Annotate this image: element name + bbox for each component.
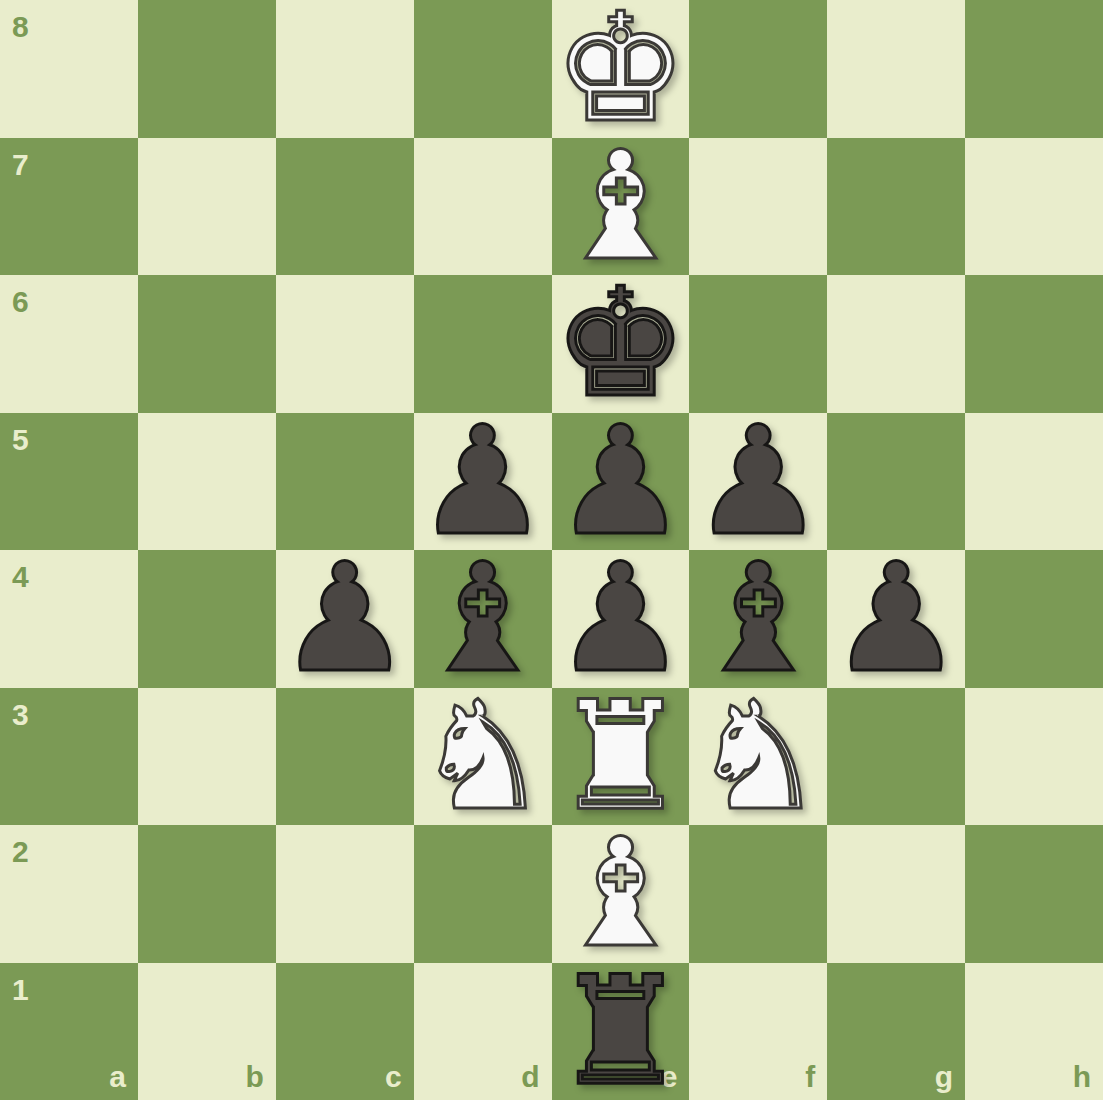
square-c2[interactable] — [276, 825, 414, 963]
rank-label-5: 5 — [12, 425, 29, 455]
square-d1[interactable]: d — [414, 963, 552, 1100]
square-d5[interactable]: ♟ — [414, 413, 552, 551]
square-b1[interactable]: b — [138, 963, 276, 1100]
square-c8[interactable] — [276, 0, 414, 138]
square-d2[interactable] — [414, 825, 552, 963]
square-f5[interactable]: ♟ — [689, 413, 827, 551]
square-c5[interactable] — [276, 413, 414, 551]
square-e5[interactable]: ♟ — [552, 413, 690, 551]
square-b8[interactable] — [138, 0, 276, 138]
black-pawn[interactable]: ♟ — [691, 413, 825, 550]
rank-label-8: 8 — [12, 12, 29, 42]
black-rook[interactable]: ♜ — [553, 963, 687, 1100]
square-e7[interactable]: ♝ — [552, 138, 690, 276]
square-h8[interactable] — [965, 0, 1103, 138]
square-c6[interactable] — [276, 275, 414, 413]
file-label-b: b — [245, 1062, 263, 1092]
square-a7[interactable]: 7 — [0, 138, 138, 276]
square-d7[interactable] — [414, 138, 552, 276]
file-label-f: f — [805, 1062, 815, 1092]
rank-label-3: 3 — [12, 700, 29, 730]
square-a6[interactable]: 6 — [0, 275, 138, 413]
rank-label-4: 4 — [12, 562, 29, 592]
square-c4[interactable]: ♟ — [276, 550, 414, 688]
square-d6[interactable] — [414, 275, 552, 413]
square-f3[interactable]: ♞ — [689, 688, 827, 826]
white-knight[interactable]: ♞ — [415, 688, 549, 825]
square-e2[interactable]: ♝ — [552, 825, 690, 963]
square-f6[interactable] — [689, 275, 827, 413]
file-label-h: h — [1073, 1062, 1091, 1092]
black-bishop[interactable]: ♝ — [691, 550, 825, 687]
file-label-c: c — [385, 1062, 402, 1092]
white-knight[interactable]: ♞ — [691, 688, 825, 825]
file-label-a: a — [109, 1062, 126, 1092]
white-king[interactable]: ♚ — [553, 0, 687, 137]
square-g1[interactable]: g — [827, 963, 965, 1100]
square-f7[interactable] — [689, 138, 827, 276]
square-c3[interactable] — [276, 688, 414, 826]
square-e8[interactable]: ♚ — [552, 0, 690, 138]
square-a3[interactable]: 3 — [0, 688, 138, 826]
square-g6[interactable] — [827, 275, 965, 413]
rank-label-6: 6 — [12, 287, 29, 317]
square-h6[interactable] — [965, 275, 1103, 413]
square-g5[interactable] — [827, 413, 965, 551]
square-b4[interactable] — [138, 550, 276, 688]
square-b6[interactable] — [138, 275, 276, 413]
black-pawn[interactable]: ♟ — [277, 550, 411, 687]
white-rook[interactable]: ♜ — [553, 688, 687, 825]
square-h3[interactable] — [965, 688, 1103, 826]
square-b2[interactable] — [138, 825, 276, 963]
square-c1[interactable]: c — [276, 963, 414, 1100]
square-a2[interactable]: 2 — [0, 825, 138, 963]
square-e6[interactable]: ♚ — [552, 275, 690, 413]
black-bishop[interactable]: ♝ — [415, 550, 549, 687]
black-pawn[interactable]: ♟ — [553, 413, 687, 550]
square-a1[interactable]: 1a — [0, 963, 138, 1100]
square-e4[interactable]: ♟ — [552, 550, 690, 688]
square-e1[interactable]: e♜ — [552, 963, 690, 1100]
square-b7[interactable] — [138, 138, 276, 276]
square-a4[interactable]: 4 — [0, 550, 138, 688]
square-h2[interactable] — [965, 825, 1103, 963]
square-f8[interactable] — [689, 0, 827, 138]
white-bishop[interactable]: ♝ — [553, 138, 687, 275]
square-d4[interactable]: ♝ — [414, 550, 552, 688]
square-g3[interactable] — [827, 688, 965, 826]
square-a5[interactable]: 5 — [0, 413, 138, 551]
square-e3[interactable]: ♜ — [552, 688, 690, 826]
rank-label-2: 2 — [12, 837, 29, 867]
file-label-g: g — [935, 1062, 953, 1092]
square-h4[interactable] — [965, 550, 1103, 688]
square-h1[interactable]: h — [965, 963, 1103, 1100]
square-b3[interactable] — [138, 688, 276, 826]
black-pawn[interactable]: ♟ — [829, 550, 963, 687]
square-f4[interactable]: ♝ — [689, 550, 827, 688]
square-b5[interactable] — [138, 413, 276, 551]
square-h5[interactable] — [965, 413, 1103, 551]
black-pawn[interactable]: ♟ — [415, 413, 549, 550]
square-d3[interactable]: ♞ — [414, 688, 552, 826]
square-f1[interactable]: f — [689, 963, 827, 1100]
rank-label-1: 1 — [12, 975, 29, 1005]
square-g4[interactable]: ♟ — [827, 550, 965, 688]
square-c7[interactable] — [276, 138, 414, 276]
file-label-d: d — [521, 1062, 539, 1092]
rank-label-7: 7 — [12, 150, 29, 180]
white-bishop[interactable]: ♝ — [553, 825, 687, 962]
chess-board: 8♚7♝6♚5♟♟♟4♟♝♟♝♟3♞♜♞2♝1abcde♜fgh — [0, 0, 1103, 1100]
black-king[interactable]: ♚ — [553, 275, 687, 412]
square-g2[interactable] — [827, 825, 965, 963]
square-g7[interactable] — [827, 138, 965, 276]
square-h7[interactable] — [965, 138, 1103, 276]
square-f2[interactable] — [689, 825, 827, 963]
square-a8[interactable]: 8 — [0, 0, 138, 138]
black-pawn[interactable]: ♟ — [553, 550, 687, 687]
square-d8[interactable] — [414, 0, 552, 138]
square-g8[interactable] — [827, 0, 965, 138]
